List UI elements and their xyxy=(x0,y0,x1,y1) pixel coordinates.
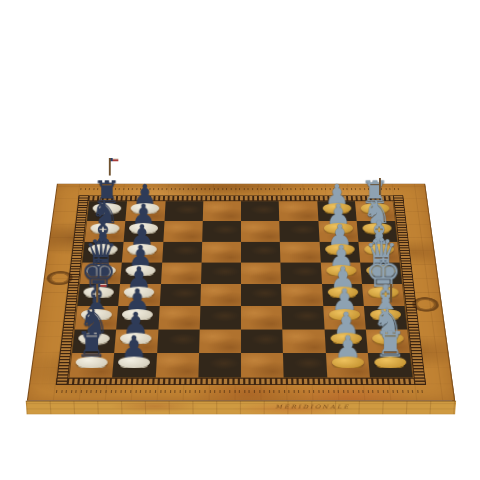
square-e5[interactable] xyxy=(241,284,282,306)
square-b4[interactable] xyxy=(202,221,241,241)
square-b6[interactable] xyxy=(279,221,319,241)
square-c3[interactable] xyxy=(162,241,202,262)
piece-base xyxy=(76,356,108,368)
board-front-edge: MERIDIONALE xyxy=(26,401,456,415)
square-f4[interactable] xyxy=(199,306,241,329)
square-a2[interactable] xyxy=(126,201,166,221)
square-a8[interactable] xyxy=(355,201,395,221)
map-tick-ruler-front xyxy=(56,390,426,393)
union-flag-icon xyxy=(109,147,111,176)
square-d6[interactable] xyxy=(281,262,322,284)
square-h3[interactable] xyxy=(155,353,199,377)
square-e3[interactable] xyxy=(159,284,201,306)
csa-flag-icon xyxy=(390,271,392,302)
square-a4[interactable] xyxy=(203,201,241,221)
square-d4[interactable] xyxy=(201,262,241,284)
square-g6[interactable] xyxy=(283,329,326,353)
square-a6[interactable] xyxy=(279,201,318,221)
piece-base xyxy=(332,356,364,368)
square-h4[interactable] xyxy=(198,353,241,377)
square-g3[interactable] xyxy=(157,329,200,353)
map-edge-label: MERIDIONALE xyxy=(275,403,350,409)
square-g5[interactable] xyxy=(241,329,283,353)
square-e4[interactable] xyxy=(200,284,241,306)
square-c5[interactable] xyxy=(241,241,281,262)
square-c4[interactable] xyxy=(201,241,241,262)
square-d3[interactable] xyxy=(161,262,202,284)
square-g4[interactable] xyxy=(199,329,241,353)
square-b3[interactable] xyxy=(163,221,203,241)
union-flag-icon xyxy=(96,271,98,302)
square-b5[interactable] xyxy=(241,221,280,241)
square-e6[interactable] xyxy=(281,284,323,306)
square-a3[interactable] xyxy=(164,201,203,221)
frame-band-front xyxy=(56,378,426,385)
square-c6[interactable] xyxy=(280,241,320,262)
photo-stage: MERIDIONALE ♜♞♝♛♚♝♞♜♟♟♟♟♟♟♟♟♟♟♟♟♟♟♟♟♜♞♝♛… xyxy=(0,0,480,480)
csa-flag-icon xyxy=(379,166,381,195)
piece-white-rook-h1[interactable]: ♜ xyxy=(69,307,116,368)
piece-base xyxy=(374,356,406,368)
square-a7[interactable] xyxy=(317,201,357,221)
piece-black-rook-h8[interactable]: ♜ xyxy=(367,307,414,368)
piece-white-pawn-h2[interactable]: ♟ xyxy=(111,307,158,368)
square-h5[interactable] xyxy=(241,353,284,377)
square-f3[interactable] xyxy=(158,306,200,329)
square-d5[interactable] xyxy=(241,262,281,284)
square-f5[interactable] xyxy=(241,306,283,329)
square-h6[interactable] xyxy=(283,353,327,377)
board: MERIDIONALE ♜♞♝♛♚♝♞♜♟♟♟♟♟♟♟♟♟♟♟♟♟♟♟♟♜♞♝♛… xyxy=(27,184,455,401)
square-a1[interactable] xyxy=(87,201,127,221)
piece-black-pawn-h7[interactable]: ♟ xyxy=(324,307,371,368)
square-f6[interactable] xyxy=(282,306,324,329)
square-a5[interactable] xyxy=(241,201,279,221)
piece-base xyxy=(119,356,151,368)
